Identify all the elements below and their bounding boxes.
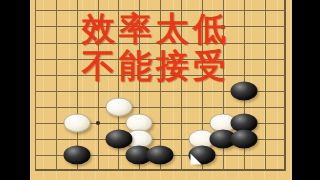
last-move-marker	[191, 154, 202, 165]
goban-cell[interactable]	[244, 26, 265, 42]
goban-cell[interactable]	[160, 107, 181, 123]
stone-black[interactable]	[63, 146, 90, 165]
goban-cell[interactable]	[35, 0, 56, 10]
goban-cell[interactable]	[202, 0, 223, 10]
goban-cell[interactable]	[265, 59, 286, 75]
stone-black[interactable]	[231, 130, 258, 149]
goban-cell[interactable]	[244, 43, 265, 59]
goban-cell[interactable]	[139, 91, 160, 107]
goban-cell[interactable]	[265, 91, 286, 107]
stone-white[interactable]	[63, 114, 90, 133]
goban-cell[interactable]	[244, 0, 265, 10]
stone-black[interactable]	[105, 130, 132, 149]
video-frame: 效率太低 不能接受	[0, 0, 320, 180]
goban-cell[interactable]	[56, 0, 77, 10]
goban-cell[interactable]	[56, 59, 77, 75]
goban-cell[interactable]	[35, 26, 56, 42]
goban-cell[interactable]	[244, 10, 265, 26]
goban-cell[interactable]	[265, 75, 286, 91]
goban-cell[interactable]	[35, 59, 56, 75]
goban-cell[interactable]	[265, 139, 286, 155]
goban-cell[interactable]	[181, 91, 202, 107]
goban-cell[interactable]	[160, 123, 181, 139]
goban-cell[interactable]	[265, 107, 286, 123]
goban-cell[interactable]	[223, 155, 244, 171]
goban-cell[interactable]	[56, 26, 77, 42]
goban-cell[interactable]	[56, 91, 77, 107]
letterbox-left	[0, 0, 30, 180]
goban-cell[interactable]	[181, 0, 202, 10]
goban-cell[interactable]	[265, 123, 286, 139]
goban-cell[interactable]	[98, 155, 119, 171]
goban-cell[interactable]	[56, 10, 77, 26]
goban-cell[interactable]	[265, 26, 286, 42]
goban-cell[interactable]	[181, 107, 202, 123]
goban-cell[interactable]	[35, 10, 56, 26]
goban-cell[interactable]	[139, 0, 160, 10]
goban-cell[interactable]	[35, 43, 56, 59]
letterbox-right	[292, 0, 320, 180]
goban-cell[interactable]	[265, 155, 286, 171]
goban-cell[interactable]	[35, 155, 56, 171]
goban-cell[interactable]	[223, 0, 244, 10]
star-point	[96, 121, 100, 125]
goban-cell[interactable]	[118, 0, 139, 10]
goban-cell[interactable]	[265, 10, 286, 26]
goban-cell[interactable]	[35, 91, 56, 107]
goban-cell[interactable]	[35, 123, 56, 139]
goban-cell[interactable]	[160, 91, 181, 107]
goban-cell[interactable]	[35, 75, 56, 91]
go-board[interactable]: 效率太低 不能接受	[30, 0, 292, 180]
overlay-text: 效率太低 不能接受	[82, 11, 230, 84]
overlay-line-1: 效率太低	[82, 11, 230, 48]
goban-cell[interactable]	[35, 139, 56, 155]
stone-black[interactable]	[231, 81, 258, 100]
goban-cell[interactable]	[77, 91, 98, 107]
stone-black[interactable]	[189, 146, 216, 165]
goban-cell[interactable]	[56, 43, 77, 59]
overlay-line-2: 不能接受	[82, 48, 230, 85]
goban-cell[interactable]	[244, 59, 265, 75]
goban-cell[interactable]	[160, 0, 181, 10]
goban-cell[interactable]	[35, 107, 56, 123]
goban-cell[interactable]	[202, 91, 223, 107]
goban-cell[interactable]	[265, 43, 286, 59]
goban-cell[interactable]	[56, 75, 77, 91]
goban-cell[interactable]	[98, 0, 119, 10]
goban-cell[interactable]	[265, 0, 286, 10]
goban-cell[interactable]	[77, 0, 98, 10]
goban-cell[interactable]	[244, 155, 265, 171]
stone-white[interactable]	[105, 98, 132, 117]
stone-black[interactable]	[147, 146, 174, 165]
